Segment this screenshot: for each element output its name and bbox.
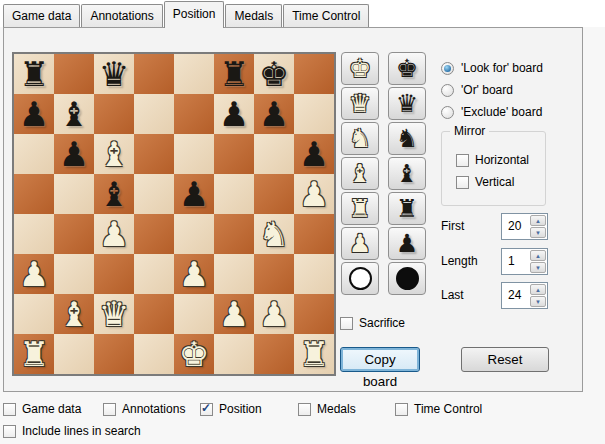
square-c8[interactable]: ♛ — [94, 54, 134, 94]
reset-button[interactable]: Reset — [461, 347, 549, 372]
square-a4[interactable] — [14, 214, 54, 254]
square-e7[interactable] — [174, 94, 214, 134]
square-h3[interactable] — [294, 254, 334, 294]
palette-white-bishop-button[interactable]: ♝ — [341, 157, 379, 190]
length-spinbox[interactable]: 1▲▼ — [501, 248, 548, 275]
piece-black-pawn-a7: ♟ — [19, 94, 49, 134]
square-g1[interactable] — [254, 334, 294, 374]
square-b1[interactable] — [54, 334, 94, 374]
length-spinner: ▲▼ — [530, 249, 547, 274]
square-g3[interactable] — [254, 254, 294, 294]
radio-label-look-for-board: 'Look for' board — [461, 61, 543, 75]
square-h4[interactable] — [294, 214, 334, 254]
square-f8[interactable]: ♜ — [214, 54, 254, 94]
square-e3[interactable]: ♟ — [174, 254, 214, 294]
black-queen-icon: ♛ — [396, 88, 418, 119]
square-h7[interactable] — [294, 94, 334, 134]
radio-exclude-board[interactable] — [441, 106, 454, 119]
length-spin-up-icon[interactable]: ▲ — [530, 250, 546, 261]
palette-any-white-button[interactable] — [341, 262, 379, 295]
square-c7[interactable] — [94, 94, 134, 134]
footer-position-label: Position — [219, 402, 262, 416]
palette-black-king-button[interactable]: ♚ — [388, 52, 426, 85]
radio-row-exclude-board: 'Exclude' board — [441, 105, 543, 119]
position-tab-page: ♜♛♜♚♟♝♟♟♟♝♟♝♟♟♟♞♟♟♝♛♟♟♜♚♜ ♚♚♛♛♞♞♝♝♜♜♟♟ '… — [3, 27, 583, 392]
square-g4[interactable]: ♞ — [254, 214, 294, 254]
white-king-icon: ♚ — [349, 53, 371, 84]
palette-white-queen-button[interactable]: ♛ — [341, 87, 379, 120]
first-field-row: First20▲▼ — [441, 213, 556, 240]
white-circle-icon — [349, 267, 372, 290]
square-g5[interactable] — [254, 174, 294, 214]
square-e2[interactable] — [174, 294, 214, 334]
square-e6[interactable] — [174, 134, 214, 174]
piece-black-rook-f8: ♜ — [219, 54, 249, 94]
square-c1[interactable] — [94, 334, 134, 374]
mirror-groupbox: Mirror HorizontalVertical — [441, 131, 546, 206]
footer-time-control-checkbox[interactable] — [395, 403, 408, 416]
piece-white-bishop-c6: ♝ — [99, 134, 129, 174]
square-d4[interactable] — [134, 214, 174, 254]
first-value[interactable]: 20 — [502, 214, 530, 239]
piece-black-pawn-b6: ♟ — [59, 134, 89, 174]
piece-black-queen-c8: ♛ — [99, 54, 129, 94]
piece-black-pawn-g7: ♟ — [259, 94, 289, 134]
square-f6[interactable] — [214, 134, 254, 174]
black-king-icon: ♚ — [396, 53, 418, 84]
square-f4[interactable] — [214, 214, 254, 254]
square-f7[interactable]: ♟ — [214, 94, 254, 134]
black-knight-icon: ♞ — [396, 123, 418, 154]
first-spin-down-icon[interactable]: ▼ — [530, 227, 546, 238]
radio-row-or-board: 'Or' board — [441, 83, 543, 97]
sacrifice-checkbox[interactable] — [340, 317, 353, 330]
square-b6[interactable]: ♟ — [54, 134, 94, 174]
footer-include-lines-in-search-checkbox[interactable] — [3, 425, 16, 438]
square-a3[interactable]: ♟ — [14, 254, 54, 294]
length-field-row: Length1▲▼ — [441, 248, 556, 275]
square-h2[interactable] — [294, 294, 334, 334]
square-a5[interactable] — [14, 174, 54, 214]
footer-time-control-row: Time Control — [395, 402, 482, 416]
piece-black-rook-a8: ♜ — [19, 54, 49, 94]
square-e4[interactable] — [174, 214, 214, 254]
tab-time-control[interactable]: Time Control — [283, 4, 369, 27]
square-a8[interactable]: ♜ — [14, 54, 54, 94]
footer-game-data-row: Game data — [3, 402, 81, 416]
mirror-vertical-label: Vertical — [475, 175, 514, 189]
square-f3[interactable] — [214, 254, 254, 294]
palette-any-black-button[interactable] — [388, 262, 426, 295]
square-a2[interactable] — [14, 294, 54, 334]
length-label: Length — [441, 254, 478, 268]
radio-selected-dot — [444, 65, 451, 72]
square-g7[interactable]: ♟ — [254, 94, 294, 134]
footer-game-data-label: Game data — [22, 402, 81, 416]
black-circle-icon — [396, 267, 419, 290]
square-b2[interactable]: ♝ — [54, 294, 94, 334]
piece-white-queen-c2: ♛ — [99, 294, 129, 334]
footer-game-data-checkbox[interactable] — [3, 403, 16, 416]
square-c4[interactable]: ♟ — [94, 214, 134, 254]
piece-black-pawn-h6: ♟ — [299, 134, 329, 174]
footer-medals-label: Medals — [317, 402, 356, 416]
piece-white-pawn-g2: ♟ — [259, 294, 289, 334]
square-a7[interactable]: ♟ — [14, 94, 54, 134]
square-h8[interactable] — [294, 54, 334, 94]
square-g6[interactable] — [254, 134, 294, 174]
black-bishop-icon: ♝ — [396, 158, 418, 189]
palette-black-queen-button[interactable]: ♛ — [388, 87, 426, 120]
chess-board: ♜♛♜♚♟♝♟♟♟♝♟♝♟♟♟♞♟♟♝♛♟♟♜♚♜ — [12, 52, 336, 376]
square-f2[interactable]: ♟ — [214, 294, 254, 334]
square-e8[interactable] — [174, 54, 214, 94]
palette-black-rook-button[interactable]: ♜ — [388, 192, 426, 225]
square-d7[interactable] — [134, 94, 174, 134]
white-queen-icon: ♛ — [349, 88, 371, 119]
footer-annotations-label: Annotations — [122, 402, 185, 416]
last-spin-up-icon[interactable]: ▲ — [530, 284, 546, 295]
mirror-vertical-checkbox[interactable] — [456, 176, 469, 189]
tab-annotations[interactable]: Annotations — [81, 4, 162, 27]
white-rook-icon: ♜ — [349, 193, 371, 224]
square-b7[interactable]: ♝ — [54, 94, 94, 134]
square-f1[interactable] — [214, 334, 254, 374]
first-spinner: ▲▼ — [530, 214, 547, 239]
first-spin-up-icon[interactable]: ▲ — [530, 215, 546, 226]
length-spin-down-icon[interactable]: ▼ — [530, 262, 546, 273]
mirror-groupbox-title: Mirror — [450, 124, 489, 138]
footer-position-checkbox[interactable]: ✓ — [200, 403, 213, 416]
palette-black-knight-button[interactable]: ♞ — [388, 122, 426, 155]
square-h1[interactable]: ♜ — [294, 334, 334, 374]
tab-bar: Game dataAnnotationsPositionMedalsTime C… — [0, 0, 605, 27]
palette-white-pawn-button[interactable]: ♟ — [341, 227, 379, 260]
square-e1[interactable]: ♚ — [174, 334, 214, 374]
footer-annotations-row: Annotations — [103, 402, 185, 416]
square-a6[interactable] — [14, 134, 54, 174]
square-d8[interactable] — [134, 54, 174, 94]
black-rook-icon: ♜ — [396, 193, 418, 224]
radio-row-look-for-board: 'Look for' board — [441, 61, 543, 75]
square-g2[interactable]: ♟ — [254, 294, 294, 334]
tab-game-data[interactable]: Game data — [3, 4, 80, 27]
square-d6[interactable] — [134, 134, 174, 174]
square-c3[interactable] — [94, 254, 134, 294]
square-b4[interactable] — [54, 214, 94, 254]
footer-position-row: ✓Position — [200, 402, 262, 416]
square-c6[interactable]: ♝ — [94, 134, 134, 174]
square-h6[interactable]: ♟ — [294, 134, 334, 174]
piece-black-bishop-b7: ♝ — [59, 94, 89, 134]
last-spinbox[interactable]: 24▲▼ — [501, 282, 548, 309]
board-type-radio-group: 'Look for' board'Or' board'Exclude' boar… — [441, 61, 543, 127]
last-value[interactable]: 24 — [502, 283, 530, 308]
piece-white-rook-h1: ♜ — [299, 334, 329, 374]
square-d3[interactable] — [134, 254, 174, 294]
footer-time-control-label: Time Control — [414, 402, 482, 416]
piece-white-pawn-f2: ♟ — [219, 294, 249, 334]
square-g8[interactable]: ♚ — [254, 54, 294, 94]
square-e5[interactable]: ♟ — [174, 174, 214, 214]
piece-white-king-e1: ♚ — [179, 334, 209, 374]
length-value[interactable]: 1 — [502, 249, 530, 274]
tab-medals[interactable]: Medals — [225, 4, 282, 27]
square-h5[interactable]: ♟ — [294, 174, 334, 214]
piece-white-pawn-a3: ♟ — [19, 254, 49, 294]
mirror-horizontal-label: Horizontal — [475, 153, 529, 167]
square-b8[interactable] — [54, 54, 94, 94]
palette-white-knight-button[interactable]: ♞ — [341, 122, 379, 155]
square-d5[interactable] — [134, 174, 174, 214]
piece-white-pawn-c4: ♟ — [99, 214, 129, 254]
square-d1[interactable] — [134, 334, 174, 374]
mirror-vertical-row: Vertical — [456, 175, 514, 189]
piece-black-pawn-f7: ♟ — [219, 94, 249, 134]
white-bishop-icon: ♝ — [349, 158, 371, 189]
palette-white-king-button[interactable]: ♚ — [341, 52, 379, 85]
piece-white-pawn-e3: ♟ — [179, 254, 209, 294]
radio-label-or-board: 'Or' board — [461, 83, 513, 97]
first-label: First — [441, 219, 464, 233]
piece-white-rook-a1: ♜ — [19, 334, 49, 374]
footer-medals-checkbox[interactable] — [298, 403, 311, 416]
square-f5[interactable] — [214, 174, 254, 214]
piece-black-king-g8: ♚ — [259, 54, 289, 94]
footer-include-lines-in-search-label: Include lines in search — [22, 424, 141, 438]
square-c2[interactable]: ♛ — [94, 294, 134, 334]
copy-board-button[interactable]: Copy board — [340, 347, 420, 372]
last-label: Last — [441, 288, 464, 302]
square-d2[interactable] — [134, 294, 174, 334]
footer-annotations-checkbox[interactable] — [103, 403, 116, 416]
square-a1[interactable]: ♜ — [14, 334, 54, 374]
footer-medals-row: Medals — [298, 402, 356, 416]
footer-include-lines-in-search-row: Include lines in search — [3, 424, 141, 438]
piece-white-knight-g4: ♞ — [259, 214, 289, 254]
square-c5[interactable]: ♝ — [94, 174, 134, 214]
palette-white-rook-button[interactable]: ♜ — [341, 192, 379, 225]
piece-palette: ♚♚♛♛♞♞♝♝♜♜♟♟ — [341, 52, 426, 295]
first-spinbox[interactable]: 20▲▼ — [501, 213, 548, 240]
piece-white-bishop-b2: ♝ — [59, 294, 89, 334]
white-knight-icon: ♞ — [349, 123, 371, 154]
last-spin-down-icon[interactable]: ▼ — [530, 296, 546, 307]
tab-position[interactable]: Position — [164, 1, 225, 28]
sacrifice-label: Sacrifice — [359, 316, 405, 330]
last-field-row: Last24▲▼ — [441, 282, 556, 309]
white-pawn-icon: ♟ — [349, 228, 371, 259]
mirror-horizontal-row: Horizontal — [456, 153, 529, 167]
mirror-horizontal-checkbox[interactable] — [456, 154, 469, 167]
radio-label-exclude-board: 'Exclude' board — [461, 105, 542, 119]
palette-black-bishop-button[interactable]: ♝ — [388, 157, 426, 190]
piece-white-pawn-h5: ♟ — [299, 174, 329, 214]
palette-black-pawn-button[interactable]: ♟ — [388, 227, 426, 260]
check-icon: ✓ — [201, 401, 211, 415]
radio-look-for-board[interactable] — [441, 62, 454, 75]
black-pawn-icon: ♟ — [396, 228, 418, 259]
sacrifice-checkbox-row: Sacrifice — [340, 316, 405, 330]
radio-or-board[interactable] — [441, 84, 454, 97]
last-spinner: ▲▼ — [530, 283, 547, 308]
piece-black-bishop-c5: ♝ — [99, 174, 129, 214]
square-b3[interactable] — [54, 254, 94, 294]
piece-black-pawn-e5: ♟ — [179, 174, 209, 214]
square-b5[interactable] — [54, 174, 94, 214]
